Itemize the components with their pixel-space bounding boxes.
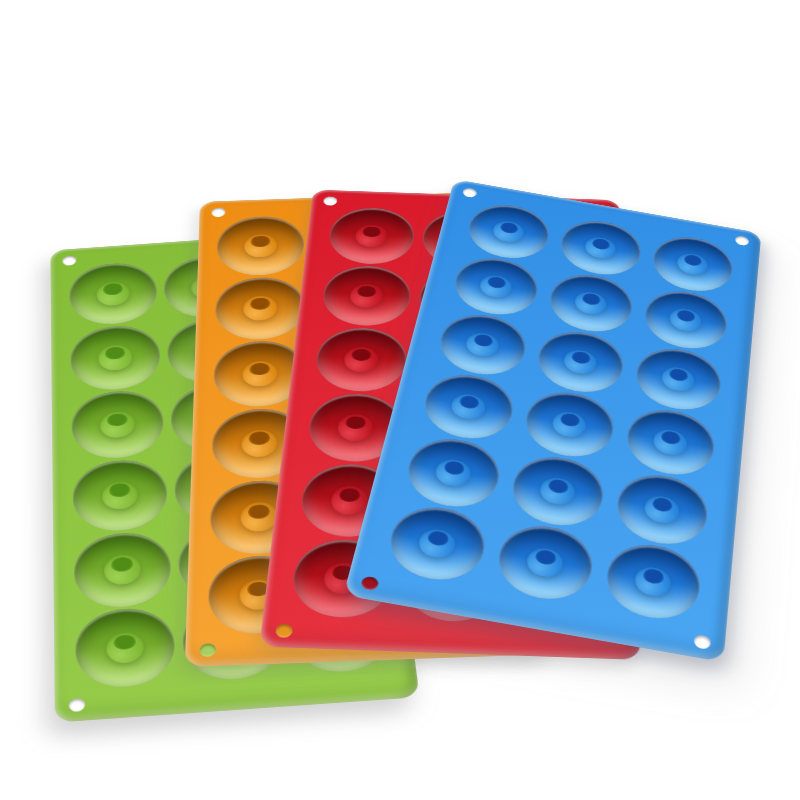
donut-cavity (449, 252, 542, 320)
donut-cavity (216, 215, 304, 276)
donut-cavity (313, 327, 408, 393)
hanging-hole (360, 576, 380, 592)
donut-cavity (613, 469, 710, 551)
hanging-hole (199, 643, 216, 657)
hanging-hole (275, 624, 293, 638)
donut-cavity (434, 309, 530, 381)
donut-cavity (72, 457, 168, 533)
donut-cavity (641, 285, 729, 354)
donut-cavity (401, 432, 505, 513)
hanging-hole (735, 235, 749, 246)
donut-cavity (418, 369, 518, 445)
donut-cavity (69, 261, 158, 327)
hanging-hole (62, 255, 76, 265)
donut-cavity (520, 386, 617, 463)
donut-cavity (556, 215, 643, 280)
hanging-hole (211, 208, 225, 218)
donut-cavity (382, 501, 490, 587)
donut-cavity (320, 265, 412, 327)
product-photo-background (0, 0, 800, 800)
donut-cavity (75, 606, 177, 690)
hanging-hole (462, 187, 478, 198)
donut-cavity (74, 530, 173, 610)
donut-cavity (602, 538, 703, 625)
donut-cavity (533, 326, 626, 399)
donut-cavity (215, 276, 305, 341)
donut-cavity (327, 207, 416, 266)
donut-cavity (632, 343, 723, 416)
donut-cavity (545, 269, 635, 338)
donut-cavity (650, 231, 735, 297)
hanging-hole (69, 698, 85, 712)
donut-cavity (71, 388, 165, 461)
hanging-hole (693, 634, 711, 650)
donut-cavity (623, 404, 717, 481)
hanging-hole (323, 196, 338, 205)
donut-cavity (492, 519, 596, 606)
donut-cavity (463, 199, 553, 264)
donut-cavity (507, 451, 607, 533)
donut-cavity (70, 323, 161, 392)
